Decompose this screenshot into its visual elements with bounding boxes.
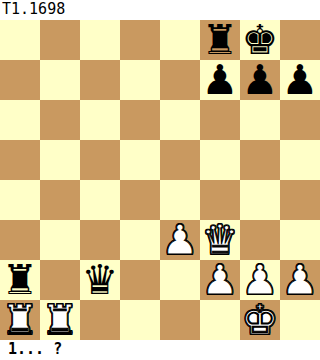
square-c6[interactable]	[80, 100, 120, 140]
square-f1[interactable]	[200, 300, 240, 340]
square-h5[interactable]	[280, 140, 320, 180]
square-e8[interactable]	[160, 20, 200, 60]
square-e3[interactable]: ♟	[160, 220, 200, 260]
square-h7[interactable]: ♟	[280, 60, 320, 100]
black-rook-icon: ♜	[2, 260, 39, 301]
square-b3[interactable]	[40, 220, 80, 260]
square-g7[interactable]: ♟	[240, 60, 280, 100]
square-g5[interactable]	[240, 140, 280, 180]
square-d1[interactable]	[120, 300, 160, 340]
square-h8[interactable]	[280, 20, 320, 60]
square-h3[interactable]	[280, 220, 320, 260]
white-pawn-icon: ♟	[242, 260, 279, 301]
black-pawn-icon: ♟	[282, 60, 319, 101]
white-pawn-icon: ♟	[282, 260, 319, 301]
white-queen-icon: ♛	[202, 220, 239, 261]
square-b1[interactable]: ♜	[40, 300, 80, 340]
square-h1[interactable]	[280, 300, 320, 340]
white-king-icon: ♚	[242, 300, 279, 341]
square-g8[interactable]: ♚	[240, 20, 280, 60]
square-f4[interactable]	[200, 180, 240, 220]
square-f8[interactable]: ♜	[200, 20, 240, 60]
square-b8[interactable]	[40, 20, 80, 60]
black-pawn-icon: ♟	[242, 60, 279, 101]
square-a7[interactable]	[0, 60, 40, 100]
square-g3[interactable]	[240, 220, 280, 260]
square-h2[interactable]: ♟	[280, 260, 320, 300]
white-rook-icon: ♜	[2, 300, 39, 341]
square-f3[interactable]: ♛	[200, 220, 240, 260]
square-e5[interactable]	[160, 140, 200, 180]
square-e4[interactable]	[160, 180, 200, 220]
square-f5[interactable]	[200, 140, 240, 180]
square-c2[interactable]: ♛	[80, 260, 120, 300]
square-a5[interactable]	[0, 140, 40, 180]
black-rook-icon: ♜	[202, 20, 239, 61]
square-c8[interactable]	[80, 20, 120, 60]
square-c4[interactable]	[80, 180, 120, 220]
chess-board: ♜♚♟♟♟♟♛♜♛♟♟♟♜♜♚	[0, 20, 320, 340]
square-d7[interactable]	[120, 60, 160, 100]
square-c7[interactable]	[80, 60, 120, 100]
square-g4[interactable]	[240, 180, 280, 220]
black-king-icon: ♚	[242, 20, 279, 61]
square-a6[interactable]	[0, 100, 40, 140]
square-c1[interactable]	[80, 300, 120, 340]
square-f6[interactable]	[200, 100, 240, 140]
square-h4[interactable]	[280, 180, 320, 220]
square-d4[interactable]	[120, 180, 160, 220]
square-b4[interactable]	[40, 180, 80, 220]
square-d8[interactable]	[120, 20, 160, 60]
square-e1[interactable]	[160, 300, 200, 340]
square-a3[interactable]	[0, 220, 40, 260]
square-g1[interactable]: ♚	[240, 300, 280, 340]
square-c5[interactable]	[80, 140, 120, 180]
square-d6[interactable]	[120, 100, 160, 140]
black-pawn-icon: ♟	[202, 60, 239, 101]
white-pawn-icon: ♟	[202, 260, 239, 301]
black-queen-icon: ♛	[82, 260, 119, 301]
square-e7[interactable]	[160, 60, 200, 100]
square-a4[interactable]	[0, 180, 40, 220]
square-b5[interactable]	[40, 140, 80, 180]
square-e6[interactable]	[160, 100, 200, 140]
square-a2[interactable]: ♜	[0, 260, 40, 300]
square-e2[interactable]	[160, 260, 200, 300]
white-rook-icon: ♜	[42, 300, 79, 341]
square-f7[interactable]: ♟	[200, 60, 240, 100]
square-g2[interactable]: ♟	[240, 260, 280, 300]
square-a1[interactable]: ♜	[0, 300, 40, 340]
square-c3[interactable]	[80, 220, 120, 260]
square-a8[interactable]	[0, 20, 40, 60]
square-d2[interactable]	[120, 260, 160, 300]
square-h6[interactable]	[280, 100, 320, 140]
square-d5[interactable]	[120, 140, 160, 180]
white-pawn-icon: ♟	[162, 220, 199, 261]
square-d3[interactable]	[120, 220, 160, 260]
square-b6[interactable]	[40, 100, 80, 140]
square-b7[interactable]	[40, 60, 80, 100]
square-b2[interactable]	[40, 260, 80, 300]
square-f2[interactable]: ♟	[200, 260, 240, 300]
square-g6[interactable]	[240, 100, 280, 140]
